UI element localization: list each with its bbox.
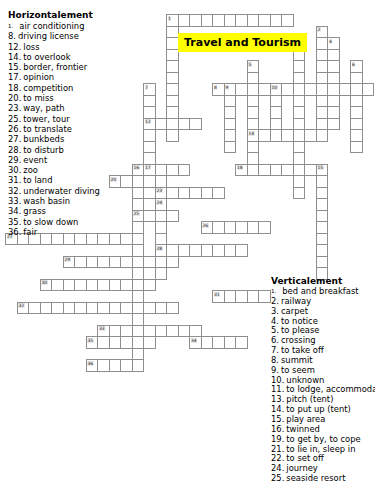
clue-number: 5. [271,325,279,335]
clue-item: 14.to overlook [8,52,100,62]
clue-text: to land [23,175,52,185]
clue-text: tower, tour [23,114,69,124]
clue-text: wash basin [23,196,70,206]
clue-item: 12.loss [8,42,100,52]
clue-text: carpet [281,306,308,316]
clue-number: 21. [271,444,284,454]
grid-cell[interactable] [293,118,306,131]
clue-number: 35. [8,217,21,227]
clue-item: 32.underwater diving [8,186,100,196]
cell-number: 32 [18,303,25,308]
clue-item: 25.tower, tour [8,114,100,124]
grid-cell[interactable] [132,359,145,372]
clue-number: 28. [8,145,21,155]
clue-text: pitch (tent) [286,394,333,404]
grid-cell[interactable] [178,164,191,177]
cell-number: 20 [110,177,117,182]
clue-number: 36. [8,227,21,237]
cell-number: 33 [99,326,106,331]
grid-cell[interactable] [235,336,248,349]
clue-text: railway [281,296,311,306]
clue-text: to put up (tent) [286,404,351,414]
grid-cell[interactable] [270,118,283,131]
cell-number: 28 [156,246,163,251]
clue-number: 1. [8,23,13,29]
clue-number: 3. [271,306,279,316]
clue-item: 33.wash basin [8,196,100,206]
grid-cell[interactable]: 16 [132,164,145,177]
grid-cell[interactable] [247,118,260,131]
cell-number: 25 [133,211,140,216]
clue-number: 34. [8,206,21,216]
clue-text: bunkbeds [23,134,64,144]
clue-number: 16. [271,424,284,434]
clue-text: seaside resort [286,473,345,483]
clue-number: 8. [8,31,16,41]
clue-number: 26. [8,124,21,134]
clue-text: to translate [23,124,72,134]
clue-text: twinned [286,424,320,434]
clue-item: 18.competition [8,83,100,93]
cell-number: 1 [168,16,172,21]
clue-text: summit [281,355,313,365]
clue-number: 14. [271,404,284,414]
clue-text: way, path [23,103,64,113]
grid-cell[interactable] [293,187,306,200]
clue-number: 12. [8,42,21,52]
cell-number: 36 [87,361,94,366]
clue-number: 15. [8,62,21,72]
cell-number: 7 [145,85,149,90]
clue-text: air conditioning [19,21,84,31]
grid-cell[interactable] [132,313,145,326]
clue-number: 23. [8,103,21,113]
clue-number: 9. [271,365,279,375]
clue-text: to notice [281,316,318,326]
clue-item: 23.way, path [8,103,100,113]
clue-number: 10. [271,375,284,385]
clue-text: opinion [23,72,54,82]
grid-cell[interactable]: 24 [155,198,168,211]
grid-cell[interactable] [166,106,179,119]
grid-cell[interactable] [143,106,156,119]
clue-text: journey [286,463,317,473]
cell-number: 5 [248,62,252,67]
clue-text: to slow down [23,217,78,227]
clue-number: 15. [271,414,284,424]
clue-number: 13. [271,394,284,404]
cell-number: 16 [133,165,140,170]
cell-number: 6 [352,62,356,67]
grid-cell[interactable] [350,72,363,85]
cell-number: 2 [317,27,321,32]
grid-cell[interactable] [247,72,260,85]
clue-number: 17. [8,72,21,82]
clue-item: 36.fair [8,227,100,237]
clue-text: to overlook [23,52,70,62]
grid-cell[interactable] [212,187,225,200]
grid-cell[interactable] [235,244,248,257]
cell-number: 30 [41,280,48,285]
clue-number: 22. [271,453,284,463]
clue-number: 11. [271,384,284,394]
grid-cell[interactable] [258,290,271,303]
title-banner: Travel and Tourism [178,33,307,52]
grid-cell[interactable] [327,118,340,131]
grid-cell[interactable] [155,267,168,280]
clue-text: competition [23,83,73,93]
clue-text: event [23,155,47,165]
cell-number: 34 [191,338,198,343]
clue-number: 8. [271,355,279,365]
cell-number: 24 [156,200,163,205]
cell-number: 4 [329,39,333,44]
down-clues-list: 1.bed and breakfast2.railway3.carpet4.to… [271,287,375,484]
cell-number: 15 [317,165,324,170]
cell-number: 26 [202,223,209,228]
cell-number: 10 [271,85,278,90]
grid-cell[interactable] [327,72,340,85]
cell-number: 35 [87,338,94,343]
grid-cell[interactable] [189,118,202,131]
clue-number: 27. [8,134,21,144]
clue-text: loss [23,42,39,52]
clue-text: play area [286,414,325,424]
cell-number: 17 [145,165,152,170]
clue-number: 24. [271,463,284,473]
clue-number: 25. [271,473,284,483]
down-clues-panel: Verticalement 1.bed and breakfast2.railw… [271,276,375,484]
cell-number: 8 [214,85,218,90]
clue-item: 28.to disturb [8,145,100,155]
grid-cell[interactable] [166,256,179,269]
clue-text: to disturb [23,145,63,155]
clue-text: zoo [23,165,38,175]
clue-text: driving license [18,31,79,41]
grid-cell[interactable] [258,221,271,234]
grid-cell[interactable] [166,210,179,223]
cell-number: 12 [145,119,152,124]
clue-text: to miss [23,93,53,103]
grid-cell[interactable] [132,267,145,280]
grid-cell[interactable] [132,198,145,211]
grid-cell[interactable] [166,129,179,142]
grid-cell[interactable] [132,290,145,303]
clue-number: 7. [271,345,279,355]
cell-number: 14 [248,131,255,136]
grid-cell[interactable] [224,141,237,154]
crossword-page: 1891012141718152023252627282930313233353… [0,0,375,500]
clue-number: 18. [8,83,21,93]
clue-text: to lodge, accommodate [286,384,375,394]
clue-text: to seem [281,365,315,375]
clue-text: to lie in, sleep in [286,444,355,454]
clue-number: 1. [271,288,276,294]
clue-number: 29. [8,155,21,165]
grid-cell[interactable] [132,244,145,257]
clue-text: to please [281,325,320,335]
grid-cell[interactable] [143,152,156,165]
clue-number: 31. [8,175,21,185]
clue-item: 1.air conditioning [8,21,100,31]
clue-item: 30.zoo [8,165,100,175]
clue-item: 8.driving license [8,31,100,41]
grid-cell[interactable] [143,279,156,292]
clue-item: 26.to translate [8,124,100,134]
clue-text: to get by, to cope [286,434,360,444]
clue-item: 31.to land [8,175,100,185]
across-header: Horizontalement [8,10,100,21]
grid-cell[interactable] [166,302,179,315]
clue-text: bed and breakfast [282,286,358,296]
grid-cell[interactable] [132,348,145,361]
grid-cell[interactable] [293,152,306,165]
clue-text: grass [23,206,46,216]
clue-item: 35.to slow down [8,217,100,227]
grid-cell[interactable] [247,152,260,165]
clue-number: 20. [8,93,21,103]
clue-number: 30. [8,165,21,175]
cell-number: 29 [64,257,71,262]
grid-cell[interactable] [350,141,363,154]
clue-text: fair [23,227,37,237]
clue-number: 6. [271,335,279,345]
cell-number: 18 [237,165,244,170]
across-clues-list: 1.air conditioning8.driving license12.lo… [8,21,100,237]
clue-text: to take off [281,345,324,355]
clue-text: underwater diving [23,186,100,196]
cell-number: 31 [214,292,221,297]
grid-cell[interactable] [155,233,168,246]
clue-item: 27.bunkbeds [8,134,100,144]
clue-text: crossing [281,335,316,345]
grid-cell[interactable] [293,72,306,85]
clue-number: 14. [8,52,21,62]
cell-number: 9 [225,85,229,90]
clue-item: 20.to miss [8,93,100,103]
grid-cell[interactable] [362,83,375,96]
clue-text: unknown [286,375,324,385]
clue-number: 4. [271,316,279,326]
cell-number: 23 [156,188,163,193]
clue-number: 32. [8,186,21,196]
clue-number: 2. [271,296,279,306]
grid-cell[interactable] [281,14,294,27]
clue-text: border, frontier [23,62,87,72]
clue-item: 17.opinion [8,72,100,82]
clue-item: 25.seaside resort [271,474,375,484]
grid-cell[interactable] [143,336,156,349]
grid-cell[interactable] [316,129,329,142]
clue-item: 29.event [8,155,100,165]
clue-number: 25. [8,114,21,124]
clue-number: 33. [8,196,21,206]
across-clues-panel: Horizontalement 1.air conditioning8.driv… [8,10,100,237]
grid-cell[interactable] [132,221,145,234]
clue-number: 19. [271,434,284,444]
clue-item: 15.border, frontier [8,62,100,72]
clue-text: to set off [286,453,323,463]
clue-item: 34.grass [8,206,100,216]
